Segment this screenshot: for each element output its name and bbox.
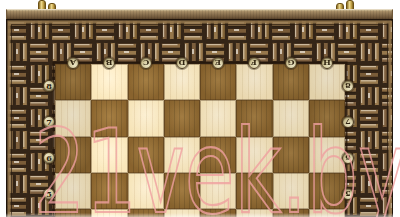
square-a8 [55, 64, 91, 100]
square-e5 [200, 173, 236, 209]
square-b7 [91, 100, 127, 136]
square-g7 [273, 100, 309, 136]
coord-file-e-top: E [212, 57, 224, 69]
square-e8 [200, 64, 236, 100]
square-c8 [128, 64, 164, 100]
photo-bottom-fade [0, 213, 400, 217]
square-b8 [91, 64, 127, 100]
coord-file-g-top: G [285, 57, 297, 69]
square-c6 [128, 137, 164, 173]
square-g5 [273, 173, 309, 209]
square-e6 [200, 137, 236, 173]
square-b6 [91, 137, 127, 173]
square-d7 [164, 100, 200, 136]
square-d5 [164, 173, 200, 209]
square-h7 [309, 100, 345, 136]
square-f8 [236, 64, 272, 100]
board-top-edge [6, 9, 393, 19]
square-a7 [55, 100, 91, 136]
square-g8 [273, 64, 309, 100]
coord-file-c-top: C [140, 57, 152, 69]
chessboard [6, 9, 393, 217]
coord-file-h-top: H [321, 57, 333, 69]
square-c5 [128, 173, 164, 209]
square-c7 [128, 100, 164, 136]
coord-file-a-top: A [67, 57, 79, 69]
coord-rank-8-left: 8 [43, 80, 55, 92]
square-h5 [309, 173, 345, 209]
coord-rank-7-right: 7 [342, 116, 354, 128]
square-e7 [200, 100, 236, 136]
board-face [6, 19, 393, 217]
square-f5 [236, 173, 272, 209]
square-d6 [164, 137, 200, 173]
coord-file-b-top: B [103, 57, 115, 69]
square-d8 [164, 64, 200, 100]
square-b5 [91, 173, 127, 209]
product-photo: ABCDEFGH87658765 21vek.by [0, 0, 400, 217]
square-a6 [55, 137, 91, 173]
square-a5 [55, 173, 91, 209]
coord-file-f-top: F [248, 57, 260, 69]
coord-rank-7-left: 7 [43, 116, 55, 128]
square-f7 [236, 100, 272, 136]
square-h8 [309, 64, 345, 100]
square-h6 [309, 137, 345, 173]
coord-file-d-top: D [176, 57, 188, 69]
play-area [55, 64, 345, 217]
square-g6 [273, 137, 309, 173]
coord-rank-8-right: 8 [342, 80, 354, 92]
square-f6 [236, 137, 272, 173]
